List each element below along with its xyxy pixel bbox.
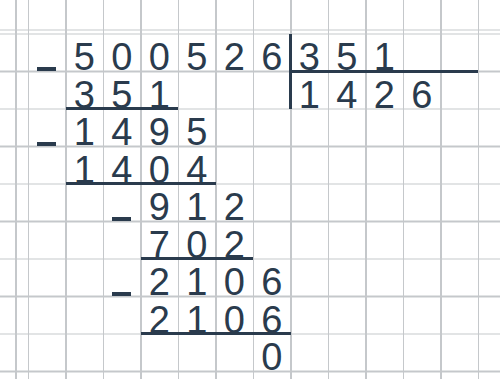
digit-cell-r7c6: 0	[178, 221, 216, 259]
digit-cell-r8c8: 6	[253, 259, 291, 297]
minus-sign	[112, 217, 131, 221]
digit-cell-r2c10: 5	[328, 34, 366, 72]
digit-cell-r4c6: 5	[178, 109, 216, 147]
digit-cell-r2c5: 0	[141, 34, 179, 72]
minus-sign-cell-r8c4	[103, 259, 141, 297]
digit-cell-r9c5: 2	[141, 296, 179, 334]
digit-cell-r5c3: 1	[66, 146, 104, 184]
digit-cell-r9c8: 6	[253, 296, 291, 334]
digit-cell-r6c6: 1	[178, 184, 216, 222]
digit-cell-r3c12: 6	[403, 71, 441, 109]
digit-cell-r2c6: 5	[178, 34, 216, 72]
subtraction-underline-2	[66, 182, 216, 185]
digit-cell-r3c11: 2	[366, 71, 404, 109]
digit-cell-r3c3: 3	[66, 71, 104, 109]
digit-cell-r8c5: 2	[141, 259, 179, 297]
digit-cell-r4c4: 4	[103, 109, 141, 147]
digit-cell-r8c6: 1	[178, 259, 216, 297]
digit-cell-r8c7: 0	[216, 259, 254, 297]
digit-cell-r2c7: 2	[216, 34, 254, 72]
digit-cell-r9c7: 0	[216, 296, 254, 334]
minus-sign	[37, 67, 56, 71]
minus-sign	[112, 292, 131, 296]
subtraction-underline-3	[141, 257, 254, 260]
digit-cell-r2c11: 1	[366, 34, 404, 72]
minus-sign	[37, 142, 56, 146]
minus-sign-cell-r6c4	[103, 184, 141, 222]
digit-cell-r7c5: 7	[141, 221, 179, 259]
squared-paper-board: 500526351351142614951404912702210621060	[0, 0, 500, 379]
digit-cell-r6c5: 9	[141, 184, 179, 222]
digit-cell-r7c7: 2	[216, 221, 254, 259]
digit-cell-r2c8: 6	[253, 34, 291, 72]
digit-cell-r9c6: 1	[178, 296, 216, 334]
digit-cell-r5c6: 4	[178, 146, 216, 184]
digit-cell-r2c9: 3	[291, 34, 329, 72]
digit-cell-r10c8: 0	[253, 334, 291, 372]
long-division-grid: 500526351351142614951404912702210621060	[0, 0, 500, 379]
digit-cell-r3c5: 1	[141, 71, 179, 109]
digit-cell-r4c5: 9	[141, 109, 179, 147]
digit-cell-r3c10: 4	[328, 71, 366, 109]
subtraction-underline-1	[66, 107, 179, 110]
digit-cell-r3c4: 5	[103, 71, 141, 109]
digit-cell-r5c5: 0	[141, 146, 179, 184]
digit-cell-r3c9: 1	[291, 71, 329, 109]
digit-cell-r5c4: 4	[103, 146, 141, 184]
minus-sign-cell-r4c2	[28, 109, 66, 147]
minus-sign-cell-r2c2	[28, 34, 66, 72]
digit-cell-r6c7: 2	[216, 184, 254, 222]
divisor-quotient-underline	[291, 70, 479, 73]
digit-cell-r2c4: 0	[103, 34, 141, 72]
digit-cell-r4c3: 1	[66, 109, 104, 147]
digit-cell-r2c3: 5	[66, 34, 104, 72]
subtraction-underline-4	[141, 332, 291, 335]
